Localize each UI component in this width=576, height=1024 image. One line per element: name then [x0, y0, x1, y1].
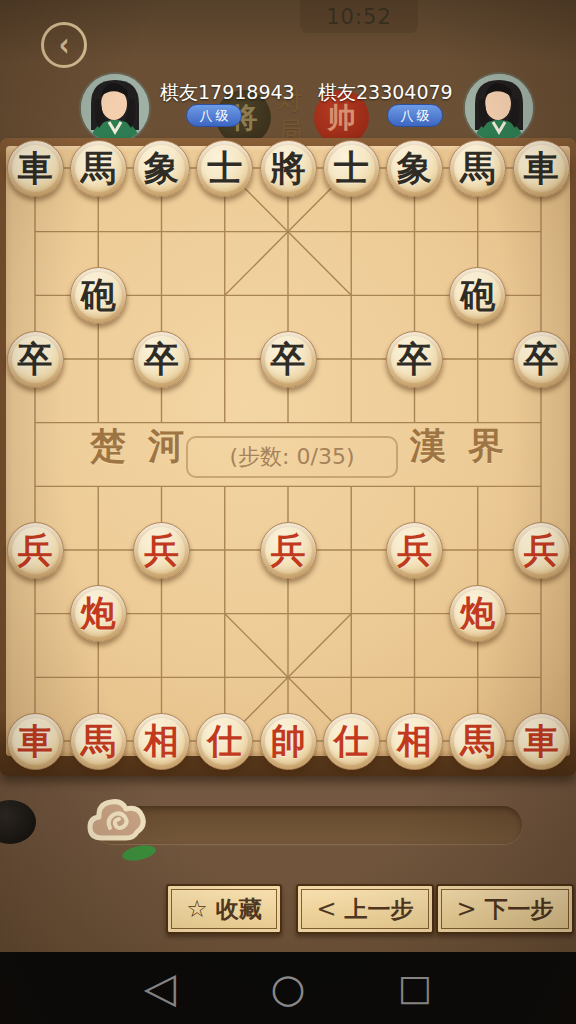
xiangqi-piece-red[interactable]: 炮: [449, 585, 506, 642]
player-black-avatar[interactable]: [79, 72, 151, 144]
next-step-button[interactable]: > 下一步: [436, 884, 574, 934]
xiangqi-piece-black[interactable]: 卒: [386, 331, 443, 388]
xiangqi-piece-red[interactable]: 馬: [449, 713, 506, 770]
xiangqi-piece-red[interactable]: 車: [513, 713, 570, 770]
cloud-icon: [82, 790, 152, 852]
xiangqi-piece-red[interactable]: 仕: [196, 713, 253, 770]
replay-controls: ☆ 收藏 < 上一步 > 下一步: [0, 884, 576, 936]
xiangqi-board-frame: 楚河 漢界 (步数: 0/35) 車馬象士將士象馬車砲砲卒卒卒卒卒兵兵兵兵兵炮炮…: [0, 138, 576, 776]
android-nav-bar: ◁ ○ □: [0, 952, 576, 1024]
xiangqi-piece-black[interactable]: 馬: [449, 140, 506, 197]
player-red-name: 棋友23304079: [318, 80, 453, 106]
xiangqi-piece-black[interactable]: 車: [513, 140, 570, 197]
xiangqi-piece-black[interactable]: 砲: [449, 267, 506, 324]
xiangqi-piece-black[interactable]: 馬: [70, 140, 127, 197]
xiangqi-piece-red[interactable]: 仕: [323, 713, 380, 770]
favorite-label: 收藏: [216, 894, 262, 925]
xiangqi-piece-red[interactable]: 馬: [70, 713, 127, 770]
xiangqi-piece-black[interactable]: 卒: [133, 331, 190, 388]
android-recents-icon[interactable]: □: [385, 952, 445, 1024]
xiangqi-piece-black[interactable]: 象: [133, 140, 190, 197]
xiangqi-piece-red[interactable]: 相: [386, 713, 443, 770]
xiangqi-piece-red[interactable]: 帥: [260, 713, 317, 770]
step-counter: (步数: 0/35): [186, 436, 398, 478]
cloud-slider-handle[interactable]: [82, 790, 152, 856]
xiangqi-piece-red[interactable]: 兵: [386, 522, 443, 579]
move-slider-track[interactable]: [94, 806, 522, 844]
app-screen: 10:52 ‹ 将 帅 对局 棋友17918943 八级 棋友: [0, 0, 576, 1024]
xiangqi-piece-red[interactable]: 相: [133, 713, 190, 770]
xiangqi-piece-black[interactable]: 卒: [513, 331, 570, 388]
next-step-label: 下一步: [485, 894, 554, 925]
star-icon: ☆: [186, 895, 208, 923]
xiangqi-piece-black[interactable]: 砲: [70, 267, 127, 324]
xiangqi-piece-black[interactable]: 士: [196, 140, 253, 197]
player-black-name: 棋友17918943: [160, 80, 295, 106]
previous-step-button[interactable]: < 上一步: [296, 884, 434, 934]
xiangqi-piece-black[interactable]: 象: [386, 140, 443, 197]
player-red-avatar[interactable]: [463, 72, 535, 144]
previous-step-label: 上一步: [345, 894, 414, 925]
back-button[interactable]: ‹: [41, 22, 87, 68]
avatar-portrait-icon: [81, 74, 149, 142]
xiangqi-piece-black[interactable]: 卒: [260, 331, 317, 388]
xiangqi-piece-black[interactable]: 車: [7, 140, 64, 197]
river-label-han: 漢界: [388, 422, 526, 471]
player-black-rank-badge: 八级: [186, 104, 242, 127]
chevron-right-icon: >: [456, 895, 476, 923]
xiangqi-piece-black[interactable]: 士: [323, 140, 380, 197]
avatar-portrait-icon: [465, 74, 533, 142]
android-back-icon[interactable]: ◁: [130, 952, 190, 1024]
back-chevron-icon: ‹: [59, 25, 70, 64]
xiangqi-piece-red[interactable]: 車: [7, 713, 64, 770]
android-home-icon[interactable]: ○: [258, 952, 318, 1024]
player-red-rank-badge: 八级: [387, 104, 443, 127]
xiangqi-piece-red[interactable]: 兵: [513, 522, 570, 579]
chevron-left-icon: <: [316, 895, 336, 923]
xiangqi-piece-red[interactable]: 兵: [260, 522, 317, 579]
captured-stone: [0, 800, 36, 844]
clock-time: 10:52: [318, 5, 400, 29]
xiangqi-piece-red[interactable]: 兵: [133, 522, 190, 579]
xiangqi-piece-black[interactable]: 卒: [7, 331, 64, 388]
xiangqi-piece-red[interactable]: 兵: [7, 522, 64, 579]
xiangqi-board[interactable]: 楚河 漢界 (步数: 0/35) 車馬象士將士象馬車砲砲卒卒卒卒卒兵兵兵兵兵炮炮…: [6, 146, 570, 756]
favorite-button[interactable]: ☆ 收藏: [166, 884, 282, 934]
xiangqi-piece-red[interactable]: 炮: [70, 585, 127, 642]
xiangqi-piece-black[interactable]: 將: [260, 140, 317, 197]
